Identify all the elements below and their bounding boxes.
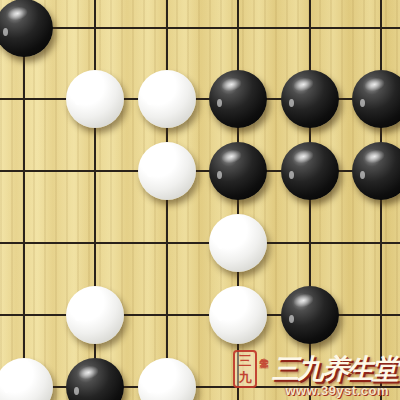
white-stone	[209, 214, 267, 272]
grid-line-row-1	[0, 27, 400, 29]
black-stone	[281, 70, 339, 128]
grid-line-col-1	[23, 0, 25, 400]
white-stone	[138, 142, 196, 200]
white-stone	[66, 70, 124, 128]
white-stone	[66, 286, 124, 344]
grid-line-col-3	[166, 0, 168, 400]
grid-line-row-2	[0, 98, 400, 100]
white-stone	[209, 286, 267, 344]
grid-line-col-6	[380, 0, 382, 400]
seal-char-top: 三	[235, 352, 255, 369]
black-stone	[209, 70, 267, 128]
black-stone	[352, 70, 400, 128]
white-stone	[138, 358, 196, 400]
grid-line-row-4	[0, 242, 400, 244]
brand-url: www.39yst.com	[285, 383, 389, 398]
black-stone	[0, 0, 53, 57]
black-stone	[352, 142, 400, 200]
black-stone	[66, 358, 124, 400]
white-stone	[0, 358, 53, 400]
black-stone	[281, 142, 339, 200]
seal-side-text: 养生堂	[258, 350, 269, 388]
brand-seal: 三 九 养生堂	[233, 350, 269, 388]
brand-text: 三九养生堂	[272, 354, 397, 384]
watermark: 三 九 养生堂 三九养生堂 www.39yst.com	[233, 350, 397, 398]
seal-box: 三 九	[233, 350, 257, 388]
grid-line-row-3	[0, 170, 400, 172]
go-board: 三 九 养生堂 三九养生堂 www.39yst.com	[0, 0, 400, 400]
white-stone	[138, 70, 196, 128]
black-stone	[281, 286, 339, 344]
black-stone	[209, 142, 267, 200]
seal-char-bottom: 九	[235, 369, 255, 386]
grid-line-row-5	[0, 314, 400, 316]
